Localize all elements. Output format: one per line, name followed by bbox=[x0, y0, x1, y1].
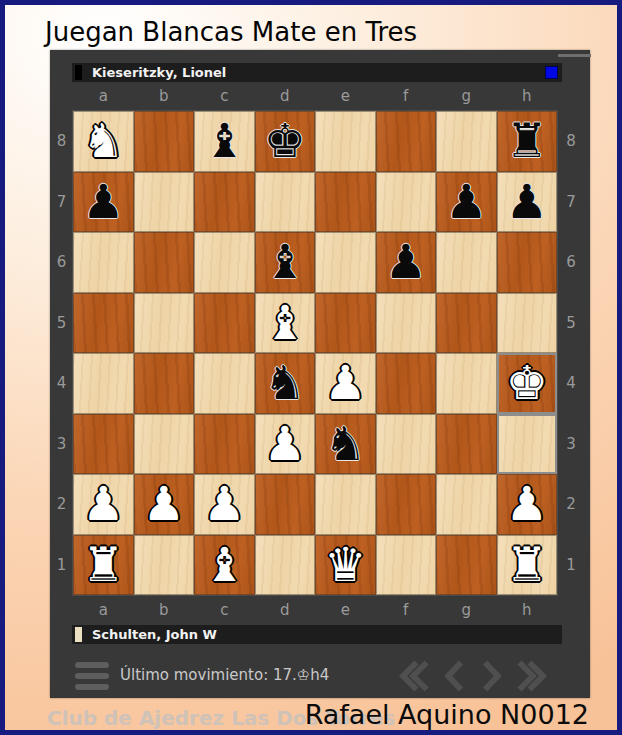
nav-next-button[interactable] bbox=[480, 655, 502, 697]
white-player-bar: Schulten, John W bbox=[72, 625, 562, 644]
file-label-h: h bbox=[497, 595, 558, 625]
square-d1[interactable] bbox=[255, 535, 316, 596]
rank-label-6: 6 bbox=[50, 232, 73, 293]
rank-label-5: 5 bbox=[557, 293, 585, 354]
square-c2[interactable]: ♟ bbox=[194, 474, 255, 535]
file-label-d: d bbox=[255, 595, 316, 625]
square-b5[interactable] bbox=[134, 293, 195, 354]
square-f2[interactable] bbox=[376, 474, 437, 535]
piece-bP-g7: ♟ bbox=[445, 172, 487, 232]
square-e8[interactable] bbox=[315, 111, 376, 172]
piece-bP-f6: ♟ bbox=[385, 232, 427, 292]
square-b3[interactable] bbox=[134, 414, 195, 475]
file-label-b: b bbox=[134, 81, 195, 111]
piece-wR-h1: ♜ bbox=[506, 535, 548, 595]
chess-board[interactable]: ♞♝♚♜♟♟♟♝♟♝♞♟♚♟♞♟♟♟♟♜♝♛♜ bbox=[73, 111, 557, 595]
file-labels-bottom: abcdefgh bbox=[73, 595, 557, 625]
square-g7[interactable]: ♟ bbox=[436, 172, 497, 233]
rank-label-2: 2 bbox=[50, 474, 73, 535]
rank-label-3: 3 bbox=[50, 414, 73, 475]
square-f6[interactable]: ♟ bbox=[376, 232, 437, 293]
square-g3[interactable] bbox=[436, 414, 497, 475]
double-chevron-right-icon bbox=[516, 655, 548, 697]
turn-indicator-icon bbox=[545, 66, 558, 79]
double-chevron-left-icon bbox=[398, 655, 430, 697]
square-h1[interactable]: ♜ bbox=[497, 535, 558, 596]
rank-label-4: 4 bbox=[557, 353, 585, 414]
square-d4[interactable]: ♞ bbox=[255, 353, 316, 414]
square-e2[interactable] bbox=[315, 474, 376, 535]
piece-wP-c2: ♟ bbox=[203, 474, 245, 534]
square-c8[interactable]: ♝ bbox=[194, 111, 255, 172]
square-c3[interactable] bbox=[194, 414, 255, 475]
square-f3[interactable] bbox=[376, 414, 437, 475]
nav-first-button[interactable] bbox=[398, 655, 430, 697]
square-e1[interactable]: ♛ bbox=[315, 535, 376, 596]
square-d5[interactable]: ♝ bbox=[255, 293, 316, 354]
piece-wR-a1: ♜ bbox=[82, 535, 124, 595]
file-label-c: c bbox=[194, 81, 255, 111]
file-label-a: a bbox=[73, 81, 134, 111]
square-b1[interactable] bbox=[134, 535, 195, 596]
rank-labels-right: 87654321 bbox=[557, 111, 585, 595]
square-f4[interactable] bbox=[376, 353, 437, 414]
square-h4[interactable]: ♚ bbox=[497, 353, 558, 414]
black-player-name: Kieseritzky, Lionel bbox=[92, 65, 226, 80]
file-labels-top: abcdefgh bbox=[73, 81, 557, 111]
piece-wB-c1: ♝ bbox=[203, 535, 245, 595]
file-label-e: e bbox=[315, 595, 376, 625]
square-h2[interactable]: ♟ bbox=[497, 474, 558, 535]
square-g4[interactable] bbox=[436, 353, 497, 414]
square-f5[interactable] bbox=[376, 293, 437, 354]
square-b4[interactable] bbox=[134, 353, 195, 414]
file-label-f: f bbox=[376, 595, 437, 625]
square-h6[interactable] bbox=[497, 232, 558, 293]
piece-bB-c8: ♝ bbox=[203, 111, 245, 171]
author-credit: Rafael Aquino N0012 bbox=[305, 699, 589, 730]
piece-wP-h2: ♟ bbox=[506, 474, 548, 534]
file-label-b: b bbox=[134, 595, 195, 625]
square-f1[interactable] bbox=[376, 535, 437, 596]
piece-wN-a8: ♞ bbox=[82, 111, 124, 171]
square-c4[interactable] bbox=[194, 353, 255, 414]
piece-bN-e3: ♞ bbox=[324, 414, 366, 474]
square-g1[interactable] bbox=[436, 535, 497, 596]
file-label-g: g bbox=[436, 595, 497, 625]
app-window: Juegan Blancas Mate en Tres Kieseritzky,… bbox=[0, 0, 622, 735]
square-g8[interactable] bbox=[436, 111, 497, 172]
move-navigation bbox=[398, 655, 548, 697]
square-e5[interactable] bbox=[315, 293, 376, 354]
file-label-f: f bbox=[376, 81, 437, 111]
square-d6[interactable]: ♝ bbox=[255, 232, 316, 293]
square-b7[interactable] bbox=[134, 172, 195, 233]
piece-wP-b2: ♟ bbox=[143, 474, 185, 534]
black-side-indicator bbox=[75, 65, 82, 80]
piece-bP-a7: ♟ bbox=[82, 172, 124, 232]
square-a5[interactable] bbox=[73, 293, 134, 354]
rank-label-6: 6 bbox=[557, 232, 585, 293]
square-a8[interactable]: ♞ bbox=[73, 111, 134, 172]
square-a1[interactable]: ♜ bbox=[73, 535, 134, 596]
square-d3[interactable]: ♟ bbox=[255, 414, 316, 475]
piece-bP-h7: ♟ bbox=[506, 172, 548, 232]
square-b8[interactable] bbox=[134, 111, 195, 172]
rank-label-3: 3 bbox=[557, 414, 585, 475]
white-side-indicator bbox=[75, 627, 82, 642]
square-h7[interactable]: ♟ bbox=[497, 172, 558, 233]
square-a4[interactable] bbox=[73, 353, 134, 414]
rank-label-1: 1 bbox=[50, 535, 73, 596]
menu-icon[interactable] bbox=[75, 662, 109, 690]
square-c7[interactable] bbox=[194, 172, 255, 233]
rank-label-5: 5 bbox=[50, 293, 73, 354]
square-b2[interactable]: ♟ bbox=[134, 474, 195, 535]
piece-bK-d8: ♚ bbox=[264, 111, 306, 171]
nav-previous-button[interactable] bbox=[444, 655, 466, 697]
square-g2[interactable] bbox=[436, 474, 497, 535]
square-h3[interactable] bbox=[497, 414, 558, 475]
square-d8[interactable]: ♚ bbox=[255, 111, 316, 172]
square-c6[interactable] bbox=[194, 232, 255, 293]
rank-label-7: 7 bbox=[557, 172, 585, 233]
rank-label-2: 2 bbox=[557, 474, 585, 535]
square-a7[interactable]: ♟ bbox=[73, 172, 134, 233]
chess-app-panel: Kieseritzky, Lionel abcdefgh 87654321 87… bbox=[50, 50, 590, 698]
file-label-g: g bbox=[436, 81, 497, 111]
rank-labels-left: 87654321 bbox=[50, 111, 73, 595]
chevron-right-icon bbox=[480, 655, 502, 697]
square-h8[interactable]: ♜ bbox=[497, 111, 558, 172]
nav-last-button[interactable] bbox=[516, 655, 548, 697]
piece-wK-h4: ♚ bbox=[506, 353, 548, 413]
square-e7[interactable] bbox=[315, 172, 376, 233]
square-d2[interactable] bbox=[255, 474, 316, 535]
control-bar: Último movimiento: 17.♔h4 bbox=[50, 653, 590, 698]
file-label-e: e bbox=[315, 81, 376, 111]
rank-label-7: 7 bbox=[50, 172, 73, 233]
square-f7[interactable] bbox=[376, 172, 437, 233]
piece-bB-d6: ♝ bbox=[264, 232, 306, 292]
piece-wB-d5: ♝ bbox=[264, 293, 306, 353]
square-g6[interactable] bbox=[436, 232, 497, 293]
panel-top-strip bbox=[558, 54, 591, 57]
piece-wQ-e1: ♛ bbox=[324, 535, 366, 595]
square-a3[interactable] bbox=[73, 414, 134, 475]
square-a2[interactable]: ♟ bbox=[73, 474, 134, 535]
piece-wP-d3: ♟ bbox=[264, 414, 306, 474]
square-h5[interactable] bbox=[497, 293, 558, 354]
square-g5[interactable] bbox=[436, 293, 497, 354]
chevron-left-icon bbox=[444, 655, 466, 697]
black-player-bar: Kieseritzky, Lionel bbox=[72, 63, 562, 82]
square-e3[interactable]: ♞ bbox=[315, 414, 376, 475]
rank-label-8: 8 bbox=[557, 111, 585, 172]
file-label-h: h bbox=[497, 81, 558, 111]
square-c5[interactable] bbox=[194, 293, 255, 354]
rank-label-4: 4 bbox=[50, 353, 73, 414]
file-label-d: d bbox=[255, 81, 316, 111]
last-move-text: Último movimiento: 17.♔h4 bbox=[120, 663, 329, 687]
square-f8[interactable] bbox=[376, 111, 437, 172]
square-e4[interactable]: ♟ bbox=[315, 353, 376, 414]
page-title: Juegan Blancas Mate en Tres bbox=[45, 17, 417, 47]
file-label-c: c bbox=[194, 595, 255, 625]
square-e6[interactable] bbox=[315, 232, 376, 293]
square-b6[interactable] bbox=[134, 232, 195, 293]
square-d7[interactable] bbox=[255, 172, 316, 233]
piece-wP-e4: ♟ bbox=[324, 353, 366, 413]
piece-bR-h8: ♜ bbox=[506, 111, 548, 171]
file-label-a: a bbox=[73, 595, 134, 625]
piece-bN-d4: ♞ bbox=[264, 353, 306, 413]
square-a6[interactable] bbox=[73, 232, 134, 293]
piece-wP-a2: ♟ bbox=[82, 474, 124, 534]
square-c1[interactable]: ♝ bbox=[194, 535, 255, 596]
rank-label-8: 8 bbox=[50, 111, 73, 172]
rank-label-1: 1 bbox=[557, 535, 585, 596]
white-player-name: Schulten, John W bbox=[92, 627, 217, 642]
